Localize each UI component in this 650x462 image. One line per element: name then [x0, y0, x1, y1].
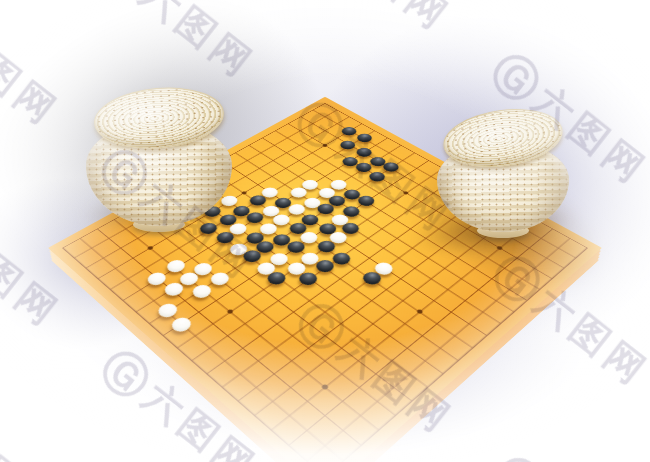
- board-cell: [377, 374, 411, 401]
- board-cell: [308, 348, 341, 374]
- board-cell: [421, 312, 453, 336]
- board-cell: [148, 248, 178, 268]
- white-stone: [169, 315, 195, 335]
- board-cell: [374, 324, 406, 348]
- star-point: [321, 384, 329, 391]
- board-cell: [169, 290, 200, 312]
- board-cell: [389, 312, 421, 336]
- board-cell: [325, 312, 357, 336]
- board-cell: [113, 268, 143, 289]
- board-cell: [418, 290, 449, 312]
- white-stone: [191, 260, 216, 277]
- board-cell: [467, 301, 499, 324]
- board-cell: [355, 268, 385, 289]
- board-cell: [355, 248, 385, 268]
- white-stone: [161, 280, 186, 298]
- white-stone: [155, 301, 181, 320]
- board-cell: [239, 374, 273, 401]
- board-cell: [309, 324, 341, 348]
- board-cell: [402, 279, 433, 301]
- board-cell: [325, 336, 358, 361]
- board-cell: [263, 290, 294, 312]
- board-cell: [138, 290, 169, 312]
- board-cell: [193, 336, 226, 361]
- board-cell: [246, 301, 278, 324]
- board-cell: [223, 361, 257, 388]
- board-cell: [325, 416, 361, 446]
- board-cell: [250, 258, 280, 279]
- board-cell: [453, 312, 485, 336]
- board-cell: [294, 290, 325, 312]
- board-cell: [215, 301, 247, 324]
- white-stone: [189, 283, 214, 301]
- board-cell: [229, 312, 261, 336]
- board-cell: [325, 268, 355, 289]
- board-cell: [200, 290, 231, 312]
- black-stone: [264, 270, 289, 288]
- board-cell: [292, 336, 325, 361]
- board-cell: [257, 361, 291, 388]
- board-cell: [356, 290, 387, 312]
- board-cell: [384, 248, 414, 268]
- board-cell: [387, 290, 418, 312]
- board-cell: [197, 312, 229, 336]
- board-cell: [177, 248, 207, 268]
- board-cell: [308, 374, 342, 401]
- board-cell: [255, 387, 290, 415]
- board-cell: [309, 301, 341, 324]
- board-cell: [208, 348, 241, 374]
- board-cell: [295, 268, 325, 289]
- board-cell: [248, 279, 279, 301]
- board-cell: [450, 290, 481, 312]
- board-cell: [325, 248, 355, 268]
- board-cell: [358, 336, 391, 361]
- board-cell: [307, 401, 342, 430]
- board-cell: [242, 348, 275, 374]
- board-cell: [404, 301, 436, 324]
- board-cell: [204, 268, 234, 289]
- board-cell: [340, 258, 370, 279]
- black-stone: [313, 258, 338, 275]
- board-cell: [325, 446, 362, 462]
- right-stone-bowl: [437, 108, 569, 238]
- board-cell: [173, 268, 203, 289]
- board-cell: [310, 279, 341, 301]
- star-point: [226, 309, 234, 315]
- board-cell: [125, 279, 156, 301]
- board-cell: [342, 374, 376, 401]
- board-cell: [187, 279, 218, 301]
- board-cell: [236, 248, 266, 268]
- board-cell: [372, 301, 404, 324]
- board-cell: [325, 290, 356, 312]
- board-cell: [307, 430, 344, 461]
- board-cell: [342, 348, 375, 374]
- black-stone: [329, 251, 353, 268]
- white-stone: [253, 260, 278, 277]
- black-stone: [296, 270, 321, 288]
- board-cell: [264, 268, 294, 289]
- board-cell: [207, 248, 237, 268]
- board-cell: [259, 336, 292, 361]
- board-cell: [288, 446, 325, 462]
- board-cell: [463, 279, 494, 301]
- white-stone: [285, 260, 310, 277]
- board-cell: [446, 268, 476, 289]
- board-cell: [183, 301, 215, 324]
- board-cell: [291, 361, 325, 388]
- board-cell: [244, 324, 276, 348]
- white-stone: [226, 241, 250, 257]
- board-cell: [357, 312, 389, 336]
- board-cell: [289, 416, 325, 446]
- board-cell: [424, 336, 457, 361]
- board-cell: [433, 279, 464, 301]
- board-cell: [371, 279, 402, 301]
- board-cell: [391, 336, 424, 361]
- board-cell: [165, 312, 197, 336]
- board-cell: [275, 348, 308, 374]
- board-cell: [89, 248, 119, 268]
- go-photo-stage: Ⓖ六图网Ⓖ六图网Ⓖ六图网Ⓖ六图网Ⓖ六图网Ⓖ六图网Ⓖ六图网Ⓖ六图网Ⓖ六图网Ⓖ六图网…: [0, 0, 650, 462]
- board-cell: [217, 279, 248, 301]
- board-cell: [190, 258, 220, 279]
- board-cell: [341, 301, 373, 324]
- board-cell: [156, 279, 187, 301]
- board-cell: [370, 258, 400, 279]
- white-stone: [372, 260, 397, 277]
- board-cell: [375, 348, 408, 374]
- board-cell: [416, 268, 446, 289]
- board-cell: [341, 324, 373, 348]
- black-stone: [240, 248, 264, 265]
- white-stone: [176, 270, 201, 288]
- board-cell: [408, 348, 441, 374]
- board-cell: [211, 324, 243, 348]
- white-stone: [163, 258, 188, 275]
- board-cell: [481, 290, 512, 312]
- board-cell: [325, 387, 360, 415]
- white-stone: [267, 251, 291, 268]
- white-stone: [144, 270, 169, 288]
- board-cell: [360, 387, 395, 415]
- board-cell: [400, 258, 430, 279]
- board-cell: [160, 258, 190, 279]
- board-cell: [435, 301, 467, 324]
- board-cell: [279, 279, 310, 301]
- board-cell: [393, 361, 427, 388]
- board-cell: [226, 336, 259, 361]
- board-cell: [130, 258, 160, 279]
- board-cell: [293, 312, 325, 336]
- board-cell: [386, 268, 416, 289]
- star-point: [416, 309, 424, 315]
- board-cell: [325, 361, 359, 388]
- board-cell: [406, 324, 438, 348]
- board-cell: [179, 324, 211, 348]
- board-cell: [151, 301, 183, 324]
- board-cell: [359, 361, 393, 388]
- board-cell: [290, 387, 325, 415]
- board-cell: [220, 258, 250, 279]
- board-cell: [273, 374, 307, 401]
- board-cell: [278, 301, 310, 324]
- board-cell: [143, 268, 173, 289]
- board-cell: [280, 258, 310, 279]
- white-stone: [298, 251, 322, 268]
- board-cell: [340, 279, 371, 301]
- board-cell: [234, 268, 264, 289]
- board-cell: [272, 401, 307, 430]
- board-cell: [343, 401, 378, 430]
- left-stone-bowl: [86, 84, 232, 232]
- board-cell: [101, 258, 131, 279]
- white-stone: [208, 270, 233, 288]
- black-stone: [359, 270, 384, 288]
- board-cell: [295, 248, 325, 268]
- board-cell: [118, 248, 148, 268]
- board-cell: [439, 324, 471, 348]
- board-cell: [276, 324, 308, 348]
- board-cell: [232, 290, 263, 312]
- board-cell: [430, 258, 460, 279]
- board-cell: [266, 248, 296, 268]
- board-cell: [261, 312, 293, 336]
- board-cell: [310, 258, 340, 279]
